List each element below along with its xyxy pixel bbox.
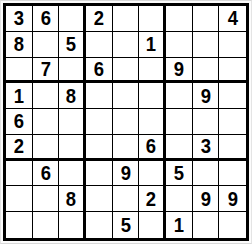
cell-r7c9[interactable] bbox=[219, 161, 246, 187]
cell-r3c9[interactable] bbox=[219, 58, 246, 84]
cell-r9c6[interactable] bbox=[139, 212, 166, 238]
cell-r7c4[interactable] bbox=[86, 161, 113, 187]
cell-r7c6[interactable] bbox=[139, 161, 166, 187]
cell-r9c3[interactable] bbox=[59, 212, 86, 238]
cell-r9c8[interactable] bbox=[193, 212, 220, 238]
cell-r7c1[interactable] bbox=[6, 161, 33, 187]
given-digit: 5 bbox=[120, 214, 130, 235]
sudoku-screenshot: 36248517691896263695829951 bbox=[0, 0, 252, 244]
given-digit: 6 bbox=[146, 135, 156, 156]
given-digit: 7 bbox=[40, 58, 50, 79]
cell-r5c3[interactable] bbox=[59, 109, 86, 135]
cell-r6c9[interactable] bbox=[219, 135, 246, 161]
given-digit: 9 bbox=[228, 188, 238, 209]
cell-r2c5[interactable] bbox=[113, 32, 140, 58]
cell-r5c5[interactable] bbox=[113, 109, 140, 135]
cell-r5c4[interactable] bbox=[86, 109, 113, 135]
cell-r7c3[interactable] bbox=[59, 161, 86, 187]
cell-r7c5: 9 bbox=[113, 161, 140, 187]
cell-r6c7[interactable] bbox=[166, 135, 193, 161]
cell-r8c8: 9 bbox=[193, 186, 220, 212]
cell-r4c2[interactable] bbox=[33, 83, 60, 109]
cell-r1c6[interactable] bbox=[139, 6, 166, 32]
cell-r4c6[interactable] bbox=[139, 83, 166, 109]
given-digit: 1 bbox=[174, 214, 184, 235]
given-digit: 3 bbox=[14, 7, 24, 28]
given-digit: 6 bbox=[40, 7, 50, 28]
cell-r9c9 bbox=[219, 212, 246, 238]
given-digit: 5 bbox=[174, 162, 184, 183]
cell-r5c7[interactable] bbox=[166, 109, 193, 135]
cell-r4c1: 1 bbox=[6, 83, 33, 109]
cell-r2c7[interactable] bbox=[166, 32, 193, 58]
cell-r2c9[interactable] bbox=[219, 32, 246, 58]
cell-r3c4: 6 bbox=[86, 58, 113, 84]
cell-r5c2[interactable] bbox=[33, 109, 60, 135]
cell-r4c9[interactable] bbox=[219, 83, 246, 109]
cell-r9c1[interactable] bbox=[6, 212, 33, 238]
cell-r1c1: 3 bbox=[6, 6, 33, 32]
cell-r2c3: 5 bbox=[59, 32, 86, 58]
sudoku-board: 36248517691896263695829951 bbox=[3, 3, 249, 241]
cell-r2c4[interactable] bbox=[86, 32, 113, 58]
cell-r8c1[interactable] bbox=[6, 186, 33, 212]
given-digit: 8 bbox=[14, 33, 24, 54]
cell-r8c5[interactable] bbox=[113, 186, 140, 212]
cell-r6c8: 3 bbox=[193, 135, 220, 161]
cell-r1c4: 2 bbox=[86, 6, 113, 32]
cell-r4c8: 9 bbox=[193, 83, 220, 109]
cell-r8c3: 8 bbox=[59, 186, 86, 212]
cell-r3c3[interactable] bbox=[59, 58, 86, 84]
cell-r3c1[interactable] bbox=[6, 58, 33, 84]
cell-r8c7[interactable] bbox=[166, 186, 193, 212]
given-digit: 2 bbox=[14, 135, 24, 156]
cell-r5c6[interactable] bbox=[139, 109, 166, 135]
cell-r2c1: 8 bbox=[6, 32, 33, 58]
cell-r1c9: 4 bbox=[219, 6, 246, 32]
cell-r4c5[interactable] bbox=[113, 83, 140, 109]
given-digit: 5 bbox=[66, 33, 76, 54]
given-digit: 9 bbox=[174, 58, 184, 79]
cell-r6c5[interactable] bbox=[113, 135, 140, 161]
cell-r4c3: 8 bbox=[59, 83, 86, 109]
cell-r3c5[interactable] bbox=[113, 58, 140, 84]
cell-r6c1: 2 bbox=[6, 135, 33, 161]
given-digit: 2 bbox=[94, 7, 104, 28]
cell-r4c4[interactable] bbox=[86, 83, 113, 109]
cell-r1c8[interactable] bbox=[193, 6, 220, 32]
cell-r6c3[interactable] bbox=[59, 135, 86, 161]
given-digit: 1 bbox=[146, 33, 156, 54]
cell-r5c8[interactable] bbox=[193, 109, 220, 135]
cell-r8c2[interactable] bbox=[33, 186, 60, 212]
cell-r3c7: 9 bbox=[166, 58, 193, 84]
given-digit: 3 bbox=[200, 135, 210, 156]
cell-r8c6: 2 bbox=[139, 186, 166, 212]
given-digit: 6 bbox=[14, 110, 24, 131]
given-digit: 8 bbox=[66, 188, 76, 209]
cell-r9c7: 1 bbox=[166, 212, 193, 238]
cell-r2c2[interactable] bbox=[33, 32, 60, 58]
cell-r3c8[interactable] bbox=[193, 58, 220, 84]
cell-r5c9[interactable] bbox=[219, 109, 246, 135]
given-digit: 9 bbox=[200, 85, 210, 106]
cell-r3c6[interactable] bbox=[139, 58, 166, 84]
cell-r8c4[interactable] bbox=[86, 186, 113, 212]
given-digit: 9 bbox=[120, 162, 130, 183]
given-digit: 4 bbox=[228, 7, 238, 28]
cell-r2c6: 1 bbox=[139, 32, 166, 58]
cell-r9c5: 5 bbox=[113, 212, 140, 238]
cell-r7c7: 5 bbox=[166, 161, 193, 187]
cell-r6c2[interactable] bbox=[33, 135, 60, 161]
given-digit: 9 bbox=[200, 188, 210, 209]
given-digit: 6 bbox=[40, 162, 50, 183]
cell-r7c8[interactable] bbox=[193, 161, 220, 187]
cell-r1c2: 6 bbox=[33, 6, 60, 32]
cell-r5c1: 6 bbox=[6, 109, 33, 135]
given-digit: 8 bbox=[66, 85, 76, 106]
cell-r6c4[interactable] bbox=[86, 135, 113, 161]
cell-r6c6: 6 bbox=[139, 135, 166, 161]
cell-r3c2: 7 bbox=[33, 58, 60, 84]
cell-r1c5[interactable] bbox=[113, 6, 140, 32]
cell-r1c7[interactable] bbox=[166, 6, 193, 32]
cell-r9c2[interactable] bbox=[33, 212, 60, 238]
cell-r4c7[interactable] bbox=[166, 83, 193, 109]
cell-r2c8[interactable] bbox=[193, 32, 220, 58]
cell-r8c9: 9 bbox=[219, 186, 246, 212]
cell-r1c3[interactable] bbox=[59, 6, 86, 32]
given-digit: 2 bbox=[146, 188, 156, 209]
given-digit: 1 bbox=[14, 85, 24, 106]
given-digit: 6 bbox=[94, 58, 104, 79]
cell-r7c2: 6 bbox=[33, 161, 60, 187]
cell-r9c4[interactable] bbox=[86, 212, 113, 238]
